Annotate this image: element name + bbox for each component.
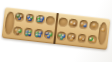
marble-navy xyxy=(39,19,43,23)
marble-blue xyxy=(47,34,51,38)
board-left-half xyxy=(2,7,57,44)
photo-background xyxy=(0,0,112,62)
pit-bottom-5[interactable] xyxy=(57,32,67,42)
pit-bottom-6[interactable] xyxy=(67,33,77,43)
marble-amber xyxy=(92,39,96,43)
marble-blue xyxy=(83,23,87,27)
left-pit-grid xyxy=(12,9,56,42)
marble-amber xyxy=(70,37,74,41)
pit-top-2[interactable] xyxy=(25,13,35,23)
marble-brown xyxy=(81,38,85,42)
pit-bottom-3[interactable] xyxy=(34,29,44,39)
pit-top-8[interactable] xyxy=(89,21,99,31)
pit-top-6[interactable] xyxy=(69,18,79,28)
marble-teal xyxy=(59,36,63,40)
pit-top-3[interactable] xyxy=(35,15,45,25)
board-right-half xyxy=(55,13,110,50)
right-pit-grid xyxy=(56,14,100,47)
pit-bottom-2[interactable] xyxy=(24,28,34,38)
pit-bottom-7[interactable] xyxy=(77,34,87,44)
marble-blue xyxy=(38,33,42,37)
marble-navy xyxy=(28,32,32,36)
pit-bottom-1[interactable] xyxy=(13,27,23,37)
pit-top-5[interactable] xyxy=(58,17,68,27)
marble-navy xyxy=(17,16,21,20)
pit-bottom-4[interactable] xyxy=(44,30,54,40)
mancala-board xyxy=(2,7,111,50)
pit-top-4[interactable] xyxy=(46,16,56,26)
marble-amber xyxy=(101,28,105,32)
marble-brown xyxy=(16,31,20,35)
marble-navy xyxy=(28,18,32,22)
pit-top-7[interactable] xyxy=(79,20,89,30)
marble-brown xyxy=(73,22,77,26)
pit-bottom-8[interactable] xyxy=(88,35,98,45)
marble-amber xyxy=(92,24,96,28)
cell-bottom-8 xyxy=(86,32,98,48)
pit-top-1[interactable] xyxy=(15,12,25,22)
